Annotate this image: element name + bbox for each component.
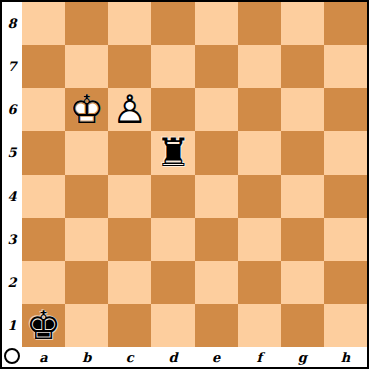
square-g2[interactable] xyxy=(281,261,324,304)
file-label-c: c xyxy=(108,347,151,367)
square-e4[interactable] xyxy=(195,175,238,218)
rank-label-4: 4 xyxy=(2,175,22,218)
rank-label-3: 3 xyxy=(2,218,22,261)
square-e2[interactable] xyxy=(195,261,238,304)
square-h4[interactable] xyxy=(324,175,367,218)
file-label-b: b xyxy=(65,347,108,367)
square-a2[interactable] xyxy=(22,261,65,304)
rank-label-7: 7 xyxy=(2,45,22,88)
square-e5[interactable] xyxy=(195,131,238,174)
square-d6[interactable] xyxy=(151,88,194,131)
square-d4[interactable] xyxy=(151,175,194,218)
square-c6[interactable]: ♟♙ xyxy=(108,88,151,131)
square-d7[interactable] xyxy=(151,45,194,88)
square-g7[interactable] xyxy=(281,45,324,88)
white-to-move-indicator xyxy=(4,348,20,364)
square-h6[interactable] xyxy=(324,88,367,131)
file-label-f: f xyxy=(238,347,281,367)
square-h3[interactable] xyxy=(324,218,367,261)
white-pawn-c6[interactable]: ♟♙ xyxy=(108,88,151,131)
white-king-outline-glyph: ♔ xyxy=(65,88,108,131)
square-f5[interactable] xyxy=(238,131,281,174)
square-c4[interactable] xyxy=(108,175,151,218)
square-g3[interactable] xyxy=(281,218,324,261)
square-g6[interactable] xyxy=(281,88,324,131)
square-d3[interactable] xyxy=(151,218,194,261)
square-f6[interactable] xyxy=(238,88,281,131)
square-c5[interactable] xyxy=(108,131,151,174)
square-f8[interactable] xyxy=(238,2,281,45)
square-c2[interactable] xyxy=(108,261,151,304)
square-c8[interactable] xyxy=(108,2,151,45)
square-g4[interactable] xyxy=(281,175,324,218)
square-a1[interactable]: ♚ xyxy=(22,304,65,347)
rank-label-6: 6 xyxy=(2,88,22,131)
square-h2[interactable] xyxy=(324,261,367,304)
file-label-g: g xyxy=(281,347,324,367)
black-rook-d5[interactable]: ♜ xyxy=(151,131,194,174)
square-d8[interactable] xyxy=(151,2,194,45)
file-label-e: e xyxy=(195,347,238,367)
square-e7[interactable] xyxy=(195,45,238,88)
square-c1[interactable] xyxy=(108,304,151,347)
chess-board[interactable]: ♚♔♟♙♜♚ xyxy=(22,2,367,347)
square-e8[interactable] xyxy=(195,2,238,45)
rank-label-8: 8 xyxy=(2,2,22,45)
square-e6[interactable] xyxy=(195,88,238,131)
square-a7[interactable] xyxy=(22,45,65,88)
square-a3[interactable] xyxy=(22,218,65,261)
black-king-a1[interactable]: ♚ xyxy=(22,304,65,347)
square-a6[interactable] xyxy=(22,88,65,131)
square-d5[interactable]: ♜ xyxy=(151,131,194,174)
square-d2[interactable] xyxy=(151,261,194,304)
black-rook-glyph: ♜ xyxy=(151,131,194,174)
square-e3[interactable] xyxy=(195,218,238,261)
square-d1[interactable] xyxy=(151,304,194,347)
rank-label-1: 1 xyxy=(2,304,22,347)
square-b4[interactable] xyxy=(65,175,108,218)
rank-labels: 87654321 xyxy=(2,2,22,347)
square-h7[interactable] xyxy=(324,45,367,88)
file-label-a: a xyxy=(22,347,65,367)
square-c3[interactable] xyxy=(108,218,151,261)
square-f1[interactable] xyxy=(238,304,281,347)
square-b1[interactable] xyxy=(65,304,108,347)
square-b6[interactable]: ♚♔ xyxy=(65,88,108,131)
file-label-d: d xyxy=(151,347,194,367)
square-b2[interactable] xyxy=(65,261,108,304)
square-f3[interactable] xyxy=(238,218,281,261)
square-e1[interactable] xyxy=(195,304,238,347)
square-b3[interactable] xyxy=(65,218,108,261)
square-h5[interactable] xyxy=(324,131,367,174)
square-a4[interactable] xyxy=(22,175,65,218)
square-b7[interactable] xyxy=(65,45,108,88)
square-g1[interactable] xyxy=(281,304,324,347)
square-h1[interactable] xyxy=(324,304,367,347)
square-g8[interactable] xyxy=(281,2,324,45)
file-label-h: h xyxy=(324,347,367,367)
rank-label-5: 5 xyxy=(2,131,22,174)
square-f2[interactable] xyxy=(238,261,281,304)
white-pawn-outline-glyph: ♙ xyxy=(108,88,151,131)
black-king-glyph: ♚ xyxy=(22,304,65,347)
square-c7[interactable] xyxy=(108,45,151,88)
square-g5[interactable] xyxy=(281,131,324,174)
square-h8[interactable] xyxy=(324,2,367,45)
square-a5[interactable] xyxy=(22,131,65,174)
chess-diagram: 87654321 ♚♔♟♙♜♚ abcdefgh xyxy=(0,0,369,369)
square-a8[interactable] xyxy=(22,2,65,45)
square-b5[interactable] xyxy=(65,131,108,174)
file-labels: abcdefgh xyxy=(22,347,367,367)
square-b8[interactable] xyxy=(65,2,108,45)
square-f4[interactable] xyxy=(238,175,281,218)
rank-label-2: 2 xyxy=(2,261,22,304)
white-king-b6[interactable]: ♚♔ xyxy=(65,88,108,131)
square-f7[interactable] xyxy=(238,45,281,88)
